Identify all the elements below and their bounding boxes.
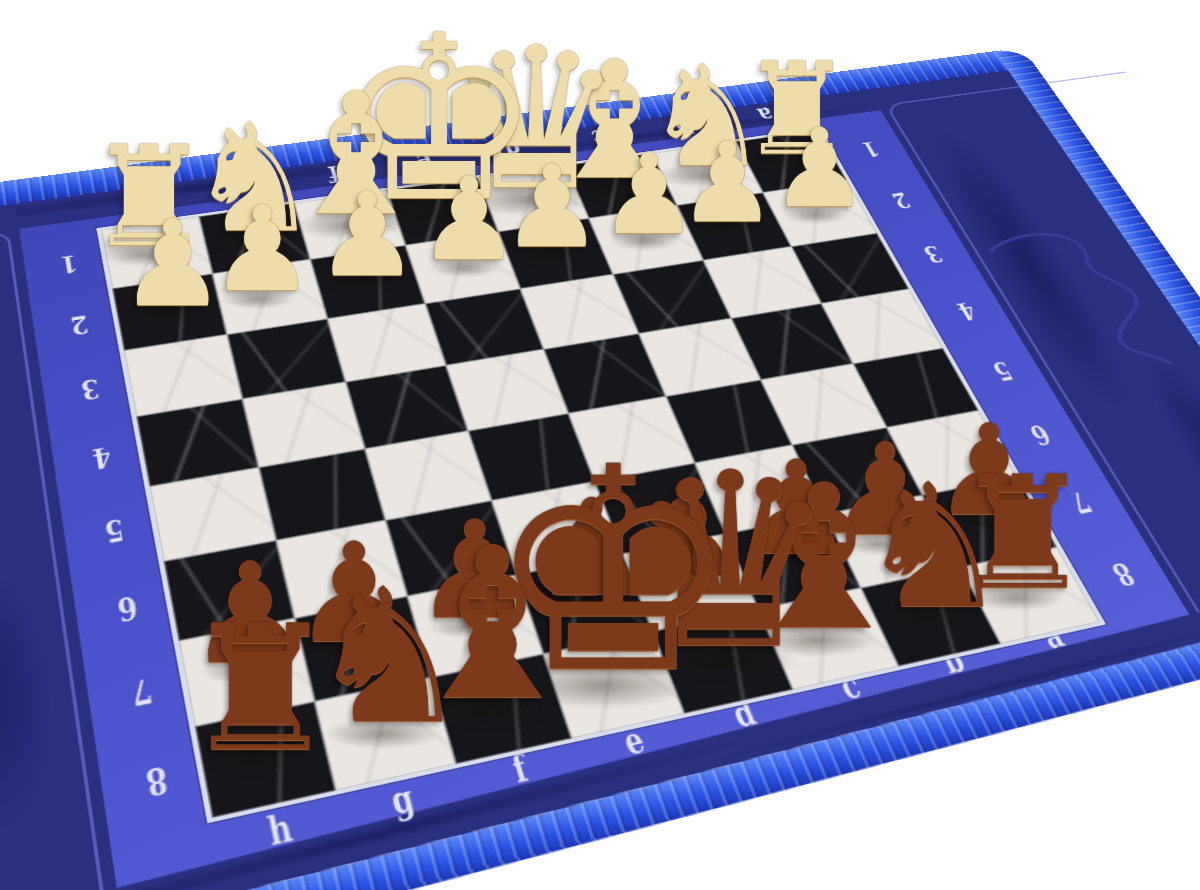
photo-stage: 1234567812345678hgfedcbahgfedcba ♜♞♝♛♚♟♝… [0,0,1200,890]
white-pawn[interactable]: ♟ [599,138,699,250]
black-rook[interactable]: ♜ [182,603,338,777]
white-pawn[interactable]: ♟ [119,203,226,322]
white-pawn[interactable]: ♟ [315,177,419,293]
white-pawn[interactable]: ♟ [418,163,521,277]
white-pawn[interactable]: ♟ [771,115,869,224]
